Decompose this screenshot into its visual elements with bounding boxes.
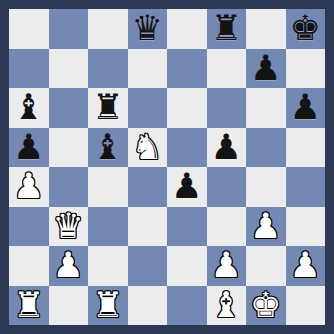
white-rook[interactable]: ♜ <box>92 286 123 325</box>
square-h7[interactable] <box>286 49 326 89</box>
white-rook[interactable]: ♜ <box>13 286 44 325</box>
square-c1[interactable]: ♜ <box>88 286 128 326</box>
square-h4[interactable] <box>286 167 326 207</box>
square-d5[interactable]: ♞ <box>128 128 168 168</box>
square-h2[interactable]: ♟ <box>286 246 326 286</box>
square-c7[interactable] <box>88 49 128 89</box>
square-c2[interactable] <box>88 246 128 286</box>
square-e7[interactable] <box>167 49 207 89</box>
square-a2[interactable] <box>9 246 49 286</box>
square-d3[interactable] <box>128 207 168 247</box>
square-h5[interactable] <box>286 128 326 168</box>
square-g6[interactable] <box>246 88 286 128</box>
white-king[interactable]: ♚ <box>250 286 281 325</box>
square-g7[interactable]: ♟ <box>246 49 286 89</box>
square-c8[interactable] <box>88 9 128 49</box>
square-e8[interactable] <box>167 9 207 49</box>
square-c3[interactable] <box>88 207 128 247</box>
white-knight[interactable]: ♞ <box>132 128 163 167</box>
square-b7[interactable] <box>49 49 89 89</box>
square-f2[interactable]: ♟ <box>207 246 247 286</box>
square-d1[interactable] <box>128 286 168 326</box>
square-g5[interactable] <box>246 128 286 168</box>
square-g2[interactable] <box>246 246 286 286</box>
black-king[interactable]: ♚ <box>290 9 321 48</box>
square-g8[interactable] <box>246 9 286 49</box>
square-a4[interactable]: ♟ <box>9 167 49 207</box>
square-b8[interactable] <box>49 9 89 49</box>
square-f7[interactable] <box>207 49 247 89</box>
black-pawn[interactable]: ♟ <box>171 167 202 206</box>
square-e5[interactable] <box>167 128 207 168</box>
white-bishop[interactable]: ♝ <box>211 286 242 325</box>
square-g3[interactable]: ♟ <box>246 207 286 247</box>
square-a7[interactable] <box>9 49 49 89</box>
square-h6[interactable]: ♟ <box>286 88 326 128</box>
black-pawn[interactable]: ♟ <box>290 88 321 127</box>
square-f8[interactable]: ♜ <box>207 9 247 49</box>
square-d4[interactable] <box>128 167 168 207</box>
black-pawn[interactable]: ♟ <box>211 128 242 167</box>
square-e2[interactable] <box>167 246 207 286</box>
square-c4[interactable] <box>88 167 128 207</box>
square-e6[interactable] <box>167 88 207 128</box>
square-c6[interactable]: ♜ <box>88 88 128 128</box>
square-h1[interactable] <box>286 286 326 326</box>
white-pawn[interactable]: ♟ <box>290 246 321 285</box>
square-g4[interactable] <box>246 167 286 207</box>
square-b4[interactable] <box>49 167 89 207</box>
square-g1[interactable]: ♚ <box>246 286 286 326</box>
square-b3[interactable]: ♛ <box>49 207 89 247</box>
square-d2[interactable] <box>128 246 168 286</box>
board-frame: ♛♜♚♟♝♜♟♟♝♞♟♟♟♛♟♟♟♟♜♜♝♚ <box>0 0 334 334</box>
square-a6[interactable]: ♝ <box>9 88 49 128</box>
square-e3[interactable] <box>167 207 207 247</box>
square-a5[interactable]: ♟ <box>9 128 49 168</box>
square-d7[interactable] <box>128 49 168 89</box>
white-queen[interactable]: ♛ <box>53 207 84 246</box>
black-pawn[interactable]: ♟ <box>13 128 44 167</box>
chess-board: ♛♜♚♟♝♜♟♟♝♞♟♟♟♛♟♟♟♟♜♜♝♚ <box>9 9 325 325</box>
square-d8[interactable]: ♛ <box>128 9 168 49</box>
black-bishop[interactable]: ♝ <box>92 128 123 167</box>
square-f1[interactable]: ♝ <box>207 286 247 326</box>
square-f6[interactable] <box>207 88 247 128</box>
black-pawn[interactable]: ♟ <box>250 49 281 88</box>
white-pawn[interactable]: ♟ <box>53 246 84 285</box>
square-f5[interactable]: ♟ <box>207 128 247 168</box>
black-queen[interactable]: ♛ <box>132 9 163 48</box>
square-b2[interactable]: ♟ <box>49 246 89 286</box>
square-d6[interactable] <box>128 88 168 128</box>
square-b5[interactable] <box>49 128 89 168</box>
square-f4[interactable] <box>207 167 247 207</box>
black-bishop[interactable]: ♝ <box>13 88 44 127</box>
square-h3[interactable] <box>286 207 326 247</box>
square-h8[interactable]: ♚ <box>286 9 326 49</box>
black-rook[interactable]: ♜ <box>92 88 123 127</box>
square-b6[interactable] <box>49 88 89 128</box>
white-pawn[interactable]: ♟ <box>13 167 44 206</box>
square-a3[interactable] <box>9 207 49 247</box>
square-b1[interactable] <box>49 286 89 326</box>
square-f3[interactable] <box>207 207 247 247</box>
white-pawn[interactable]: ♟ <box>250 207 281 246</box>
square-a8[interactable] <box>9 9 49 49</box>
square-c5[interactable]: ♝ <box>88 128 128 168</box>
square-e4[interactable]: ♟ <box>167 167 207 207</box>
square-a1[interactable]: ♜ <box>9 286 49 326</box>
square-e1[interactable] <box>167 286 207 326</box>
white-pawn[interactable]: ♟ <box>211 246 242 285</box>
black-rook[interactable]: ♜ <box>211 9 242 48</box>
